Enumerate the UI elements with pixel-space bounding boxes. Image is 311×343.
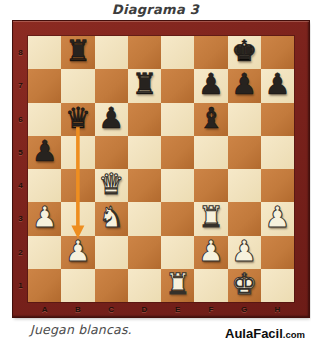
square-d4 — [128, 169, 161, 202]
square-f2: ♟ — [194, 236, 227, 269]
black-pawn-f7: ♟ — [198, 70, 224, 99]
square-d1 — [128, 269, 161, 302]
square-a7 — [28, 69, 61, 102]
file-label-h: H — [261, 302, 294, 317]
white-knight-c3: ♞ — [98, 203, 124, 232]
square-d2 — [128, 236, 161, 269]
square-c5 — [95, 136, 128, 169]
square-d3 — [128, 202, 161, 235]
white-rook-f3: ♜ — [198, 203, 224, 232]
square-b1 — [61, 269, 94, 302]
square-c8 — [95, 36, 128, 69]
file-label-c: C — [95, 302, 128, 317]
file-label-f: F — [194, 302, 227, 317]
square-a1 — [28, 269, 61, 302]
square-h3: ♟ — [261, 202, 294, 235]
rank-label-2: 2 — [13, 236, 28, 269]
black-pawn-h7: ♟ — [264, 70, 290, 99]
file-label-a: A — [28, 302, 61, 317]
square-g3 — [228, 202, 261, 235]
square-e8 — [161, 36, 194, 69]
square-d8 — [128, 36, 161, 69]
square-e5 — [161, 136, 194, 169]
square-b6: ♛ — [61, 103, 94, 136]
rank-label-4: 4 — [13, 169, 28, 202]
square-c7 — [95, 69, 128, 102]
square-c4: ♛ — [95, 169, 128, 202]
white-pawn-f2: ♟ — [198, 237, 224, 266]
square-g5 — [228, 136, 261, 169]
white-pawn-h3: ♟ — [264, 203, 290, 232]
turn-indicator: Juegan blancas. — [30, 322, 132, 337]
white-pawn-g2: ♟ — [231, 237, 257, 266]
black-king-g8: ♚ — [231, 37, 257, 66]
rank-label-6: 6 — [13, 103, 28, 136]
square-a3: ♟ — [28, 202, 61, 235]
square-e4 — [161, 169, 194, 202]
aulafacil-logo: AulaFacil.com — [225, 324, 305, 342]
square-a5: ♟ — [28, 136, 61, 169]
square-h4 — [261, 169, 294, 202]
black-pawn-a5: ♟ — [32, 137, 58, 166]
square-d6 — [128, 103, 161, 136]
square-f7: ♟ — [194, 69, 227, 102]
square-h1 — [261, 269, 294, 302]
square-b8: ♜ — [61, 36, 94, 69]
square-b5 — [61, 136, 94, 169]
board-squares: ♜♚♜♟♟♟♛♟♝♟♛♟♞♜♟♟♟♟♜♚ — [28, 36, 294, 302]
square-g6 — [228, 103, 261, 136]
rank-labels: 8 7 6 5 4 3 2 1 — [13, 36, 28, 302]
brand-tld: .com — [283, 329, 305, 340]
black-pawn-g7: ♟ — [231, 70, 257, 99]
black-rook-b8: ♜ — [65, 37, 91, 66]
diagram-title: Diagrama 3 — [0, 2, 311, 17]
square-a6 — [28, 103, 61, 136]
square-e3 — [161, 202, 194, 235]
square-g1: ♚ — [228, 269, 261, 302]
square-e1: ♜ — [161, 269, 194, 302]
square-c2 — [95, 236, 128, 269]
black-queen-b6: ♛ — [65, 104, 91, 133]
square-g4 — [228, 169, 261, 202]
file-label-b: B — [61, 302, 94, 317]
rank-label-5: 5 — [13, 136, 28, 169]
file-label-e: E — [161, 302, 194, 317]
chess-board: 8 7 6 5 4 3 2 1 ♜♚♜♟♟♟♛♟♝♟♛♟♞♜♟♟♟♟♜♚ A B… — [13, 21, 309, 317]
square-g7: ♟ — [228, 69, 261, 102]
file-label-d: D — [128, 302, 161, 317]
square-a4 — [28, 169, 61, 202]
file-label-g: G — [228, 302, 261, 317]
black-bishop-f6: ♝ — [198, 104, 224, 133]
rank-label-1: 1 — [13, 269, 28, 302]
square-e7 — [161, 69, 194, 102]
square-f1 — [194, 269, 227, 302]
square-h6 — [261, 103, 294, 136]
white-rook-e1: ♜ — [165, 270, 191, 299]
square-d5 — [128, 136, 161, 169]
white-queen-c4: ♛ — [98, 170, 124, 199]
square-h7: ♟ — [261, 69, 294, 102]
rank-label-7: 7 — [13, 69, 28, 102]
square-b3 — [61, 202, 94, 235]
square-h5 — [261, 136, 294, 169]
square-b7 — [61, 69, 94, 102]
square-c3: ♞ — [95, 202, 128, 235]
square-b4 — [61, 169, 94, 202]
brand-name: AulaFacil — [225, 326, 283, 341]
square-c6: ♟ — [95, 103, 128, 136]
square-f6: ♝ — [194, 103, 227, 136]
square-b2: ♟ — [61, 236, 94, 269]
square-d7: ♜ — [128, 69, 161, 102]
white-king-g1: ♚ — [231, 270, 257, 299]
square-g8: ♚ — [228, 36, 261, 69]
rank-label-8: 8 — [13, 36, 28, 69]
black-rook-d7: ♜ — [131, 70, 157, 99]
square-h2 — [261, 236, 294, 269]
square-f5 — [194, 136, 227, 169]
square-f4 — [194, 169, 227, 202]
square-h8 — [261, 36, 294, 69]
square-f8 — [194, 36, 227, 69]
black-pawn-c6: ♟ — [98, 104, 124, 133]
square-g2: ♟ — [228, 236, 261, 269]
white-pawn-a3: ♟ — [32, 203, 58, 232]
square-a8 — [28, 36, 61, 69]
square-a2 — [28, 236, 61, 269]
file-labels: A B C D E F G H — [28, 302, 294, 317]
white-pawn-b2: ♟ — [65, 237, 91, 266]
square-c1 — [95, 269, 128, 302]
square-f3: ♜ — [194, 202, 227, 235]
square-e6 — [161, 103, 194, 136]
rank-label-3: 3 — [13, 202, 28, 235]
square-e2 — [161, 236, 194, 269]
